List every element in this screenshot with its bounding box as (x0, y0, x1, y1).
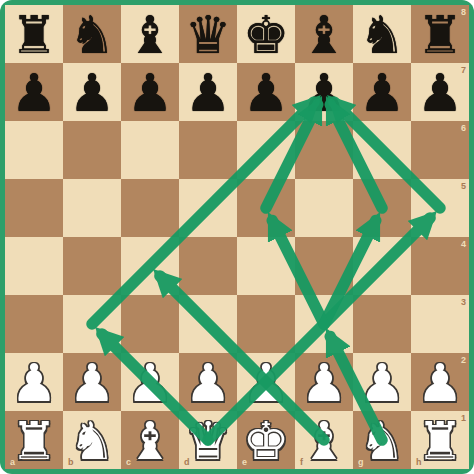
square-d3[interactable] (179, 295, 237, 353)
piece-black-pawn-d7[interactable]: ♟ (179, 63, 237, 121)
piece-white-pawn-a2[interactable]: ♟ (5, 353, 63, 411)
piece-white-pawn-c2[interactable]: ♟ (121, 353, 179, 411)
square-g3[interactable] (353, 295, 411, 353)
piece-white-pawn-d2[interactable]: ♟ (179, 353, 237, 411)
square-h5[interactable]: 5 (411, 179, 469, 237)
piece-black-pawn-h7[interactable]: ♟ (411, 63, 469, 121)
piece-black-pawn-c7[interactable]: ♟ (121, 63, 179, 121)
piece-white-pawn-g2[interactable]: ♟ (353, 353, 411, 411)
square-d5[interactable] (179, 179, 237, 237)
piece-white-king-e1[interactable]: ♚ (237, 411, 295, 469)
square-c5[interactable] (121, 179, 179, 237)
piece-white-pawn-e2[interactable]: ♟ (237, 353, 295, 411)
piece-black-king-e8[interactable]: ♚ (237, 5, 295, 63)
piece-black-knight-b8[interactable]: ♞ (63, 5, 121, 63)
square-h6[interactable]: 6 (411, 121, 469, 179)
square-c3[interactable] (121, 295, 179, 353)
square-f5[interactable] (295, 179, 353, 237)
piece-black-pawn-e7[interactable]: ♟ (237, 63, 295, 121)
square-b4[interactable] (63, 237, 121, 295)
square-g6[interactable] (353, 121, 411, 179)
piece-white-pawn-b2[interactable]: ♟ (63, 353, 121, 411)
piece-black-queen-d8[interactable]: ♛ (179, 5, 237, 63)
piece-black-pawn-a7[interactable]: ♟ (5, 63, 63, 121)
square-h3[interactable]: 3 (411, 295, 469, 353)
piece-black-knight-g8[interactable]: ♞ (353, 5, 411, 63)
piece-white-bishop-c1[interactable]: ♝ (121, 411, 179, 469)
square-g5[interactable] (353, 179, 411, 237)
piece-white-rook-h1[interactable]: ♜ (411, 411, 469, 469)
square-f3[interactable] (295, 295, 353, 353)
square-e5[interactable] (237, 179, 295, 237)
square-f4[interactable] (295, 237, 353, 295)
square-d4[interactable] (179, 237, 237, 295)
board-frame: 8765432abcdefg1h ♜♞♝♛♚♝♞♜♟♟♟♟♟♟♟♟♟♟♟♟♟♟♟… (0, 0, 474, 474)
piece-white-knight-g1[interactable]: ♞ (353, 411, 411, 469)
rank-label-3: 3 (461, 297, 466, 307)
piece-white-pawn-h2[interactable]: ♟ (411, 353, 469, 411)
square-e4[interactable] (237, 237, 295, 295)
piece-black-pawn-b7[interactable]: ♟ (63, 63, 121, 121)
square-a4[interactable] (5, 237, 63, 295)
square-e6[interactable] (237, 121, 295, 179)
rank-label-5: 5 (461, 181, 466, 191)
piece-white-knight-b1[interactable]: ♞ (63, 411, 121, 469)
square-a6[interactable] (5, 121, 63, 179)
rank-label-4: 4 (461, 239, 466, 249)
square-b6[interactable] (63, 121, 121, 179)
piece-white-rook-a1[interactable]: ♜ (5, 411, 63, 469)
square-h4[interactable]: 4 (411, 237, 469, 295)
square-a3[interactable] (5, 295, 63, 353)
square-c4[interactable] (121, 237, 179, 295)
square-c6[interactable] (121, 121, 179, 179)
square-b3[interactable] (63, 295, 121, 353)
square-a5[interactable] (5, 179, 63, 237)
piece-white-queen-d1[interactable]: ♛ (179, 411, 237, 469)
square-e3[interactable] (237, 295, 295, 353)
piece-black-pawn-f7[interactable]: ♟ (295, 63, 353, 121)
piece-black-bishop-f8[interactable]: ♝ (295, 5, 353, 63)
piece-black-rook-a8[interactable]: ♜ (5, 5, 63, 63)
piece-black-bishop-c8[interactable]: ♝ (121, 5, 179, 63)
piece-black-pawn-g7[interactable]: ♟ (353, 63, 411, 121)
square-b5[interactable] (63, 179, 121, 237)
piece-white-pawn-f2[interactable]: ♟ (295, 353, 353, 411)
piece-white-bishop-f1[interactable]: ♝ (295, 411, 353, 469)
piece-black-rook-h8[interactable]: ♜ (411, 5, 469, 63)
square-g4[interactable] (353, 237, 411, 295)
chess-board-screenshot: 8765432abcdefg1h ♜♞♝♛♚♝♞♜♟♟♟♟♟♟♟♟♟♟♟♟♟♟♟… (0, 0, 474, 474)
rank-label-6: 6 (461, 123, 466, 133)
square-d6[interactable] (179, 121, 237, 179)
square-f6[interactable] (295, 121, 353, 179)
